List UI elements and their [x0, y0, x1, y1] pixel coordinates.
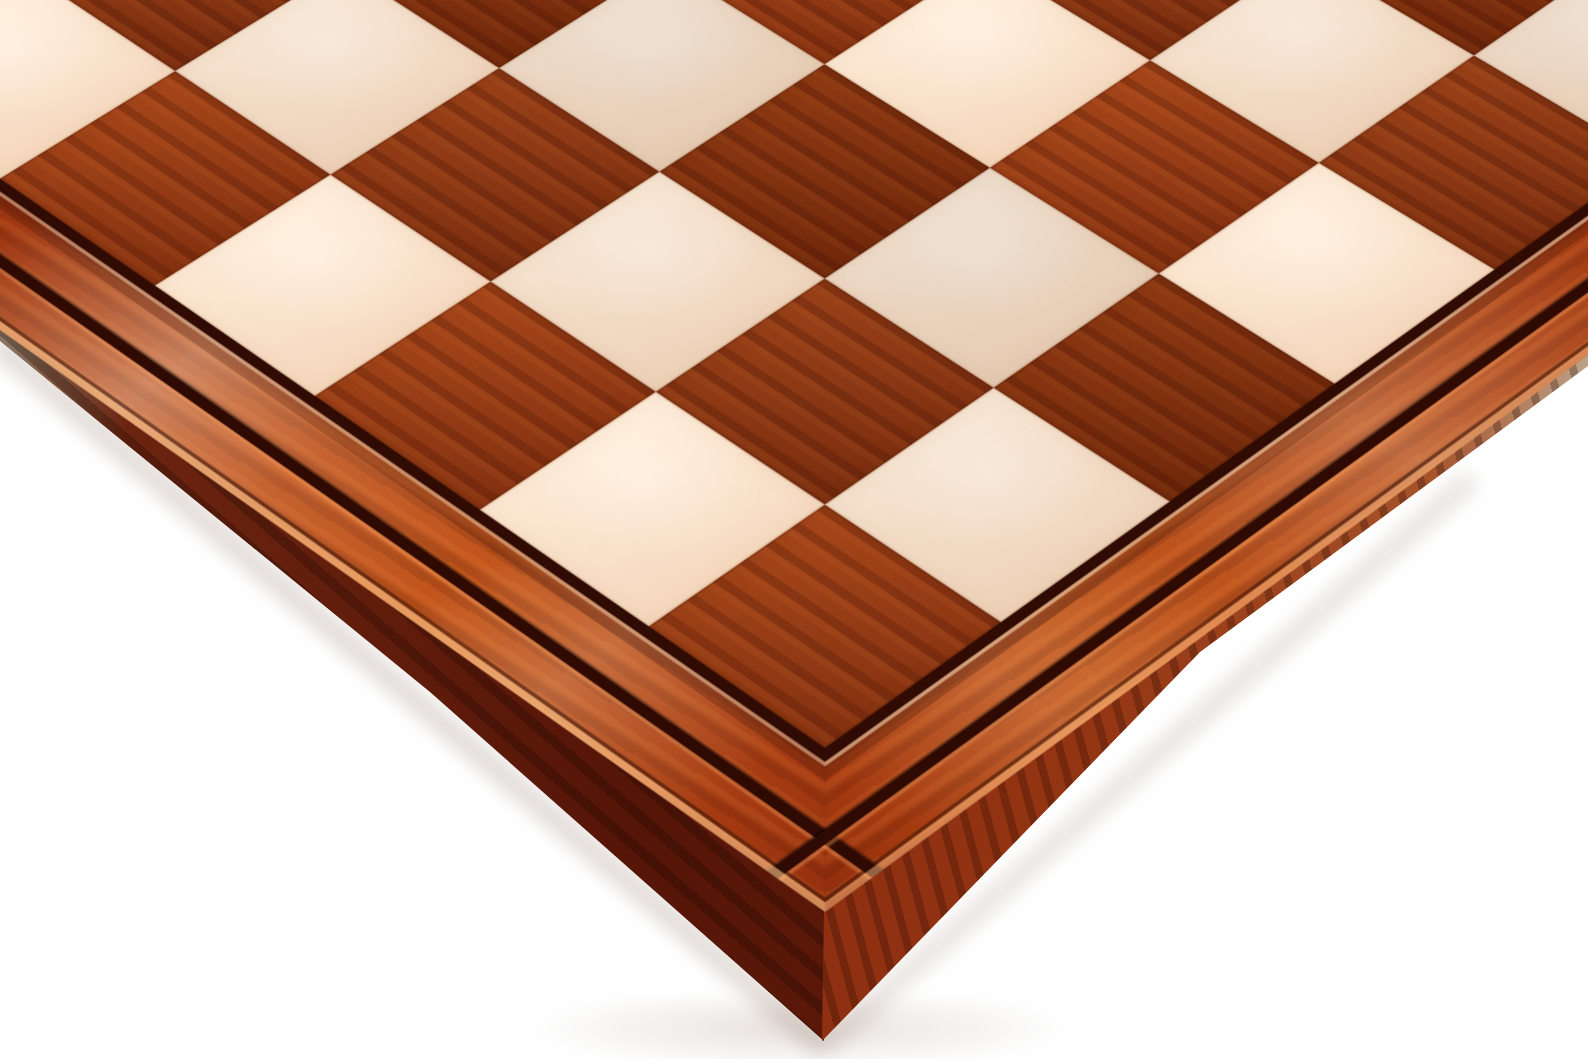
- photo-backdrop: [0, 0, 1588, 1059]
- board-scene: [0, 0, 1588, 1059]
- chess-board: [0, 0, 1588, 912]
